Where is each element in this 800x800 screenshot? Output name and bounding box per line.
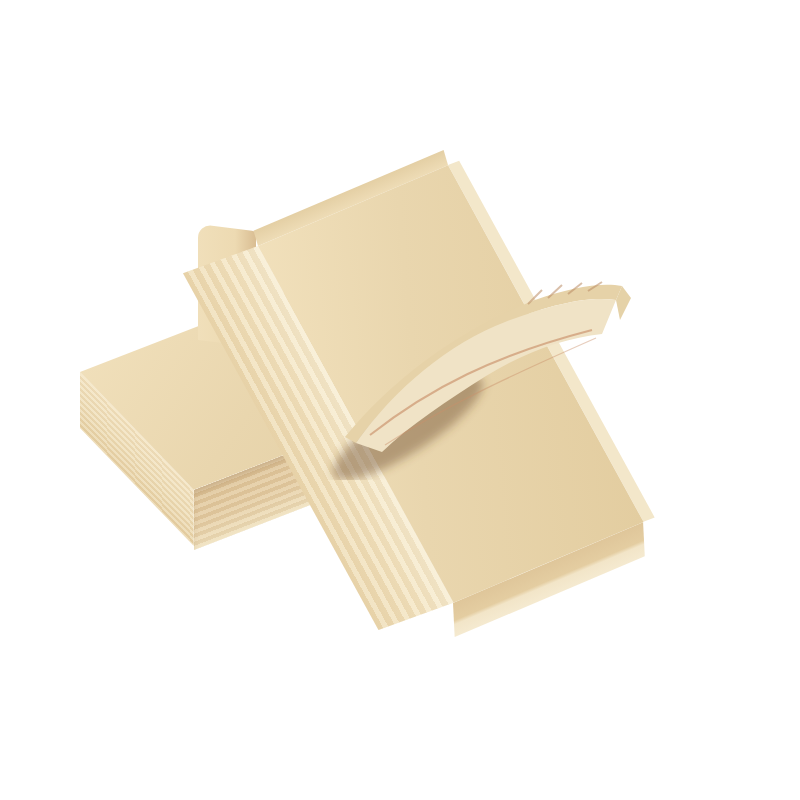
arched-handle-board — [290, 240, 670, 480]
product-photo-scene — [0, 0, 800, 800]
handle-board-front-face — [356, 299, 616, 452]
